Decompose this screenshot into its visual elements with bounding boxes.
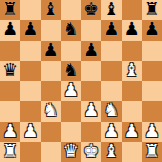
chess-board: ♜♝♚♝♜♟♟♞♟♟♟♟♟♛♞♝♟♞♟♞♟♟♟♟♟♜♛♚♝♜ bbox=[0, 0, 162, 162]
square-b3[interactable] bbox=[20, 101, 40, 121]
square-b8[interactable] bbox=[20, 0, 40, 20]
square-a2[interactable]: ♟ bbox=[0, 122, 20, 142]
square-g7[interactable]: ♟ bbox=[122, 20, 142, 40]
square-h3[interactable] bbox=[142, 101, 162, 121]
black-pawn-piece[interactable]: ♟ bbox=[2, 20, 18, 38]
white-knight-piece[interactable]: ♞ bbox=[103, 101, 119, 119]
white-pawn-piece[interactable]: ♟ bbox=[83, 101, 99, 119]
black-pawn-piece[interactable]: ♟ bbox=[83, 41, 99, 59]
square-a6[interactable] bbox=[0, 41, 20, 61]
square-f5[interactable] bbox=[101, 61, 121, 81]
white-bishop-piece[interactable]: ♝ bbox=[124, 61, 140, 79]
square-a5[interactable]: ♛ bbox=[0, 61, 20, 81]
square-e6[interactable]: ♟ bbox=[81, 41, 101, 61]
square-b1[interactable] bbox=[20, 142, 40, 162]
square-a4[interactable] bbox=[0, 81, 20, 101]
square-h1[interactable]: ♜ bbox=[142, 142, 162, 162]
square-c2[interactable] bbox=[41, 122, 61, 142]
square-g4[interactable] bbox=[122, 81, 142, 101]
square-b7[interactable]: ♟ bbox=[20, 20, 40, 40]
square-c8[interactable]: ♝ bbox=[41, 0, 61, 20]
black-bishop-piece[interactable]: ♝ bbox=[103, 0, 119, 18]
square-f7[interactable]: ♟ bbox=[101, 20, 121, 40]
square-d8[interactable] bbox=[61, 0, 81, 20]
black-pawn-piece[interactable]: ♟ bbox=[22, 20, 38, 38]
white-pawn-piece[interactable]: ♟ bbox=[22, 122, 38, 140]
square-e1[interactable]: ♚ bbox=[81, 142, 101, 162]
square-g8[interactable] bbox=[122, 0, 142, 20]
square-g6[interactable] bbox=[122, 41, 142, 61]
square-c3[interactable]: ♞ bbox=[41, 101, 61, 121]
white-knight-piece[interactable]: ♞ bbox=[43, 101, 59, 119]
square-e8[interactable]: ♚ bbox=[81, 0, 101, 20]
black-queen-piece[interactable]: ♛ bbox=[2, 61, 18, 79]
square-b2[interactable]: ♟ bbox=[20, 122, 40, 142]
square-b4[interactable] bbox=[20, 81, 40, 101]
square-g3[interactable] bbox=[122, 101, 142, 121]
white-queen-piece[interactable]: ♛ bbox=[63, 142, 79, 160]
white-rook-piece[interactable]: ♜ bbox=[2, 142, 18, 160]
white-king-piece[interactable]: ♚ bbox=[83, 142, 99, 160]
white-pawn-piece[interactable]: ♟ bbox=[2, 122, 18, 140]
black-knight-piece[interactable]: ♞ bbox=[63, 61, 79, 79]
square-c5[interactable] bbox=[41, 61, 61, 81]
square-c6[interactable]: ♟ bbox=[41, 41, 61, 61]
black-rook-piece[interactable]: ♜ bbox=[144, 0, 160, 18]
square-d2[interactable] bbox=[61, 122, 81, 142]
black-pawn-piece[interactable]: ♟ bbox=[144, 20, 160, 38]
square-f6[interactable] bbox=[101, 41, 121, 61]
white-pawn-piece[interactable]: ♟ bbox=[144, 122, 160, 140]
black-pawn-piece[interactable]: ♟ bbox=[43, 41, 59, 59]
square-e7[interactable] bbox=[81, 20, 101, 40]
square-f1[interactable]: ♝ bbox=[101, 142, 121, 162]
white-bishop-piece[interactable]: ♝ bbox=[103, 142, 119, 160]
square-d6[interactable] bbox=[61, 41, 81, 61]
square-c7[interactable] bbox=[41, 20, 61, 40]
square-h2[interactable]: ♟ bbox=[142, 122, 162, 142]
white-rook-piece[interactable]: ♜ bbox=[144, 142, 160, 160]
square-c1[interactable] bbox=[41, 142, 61, 162]
white-pawn-piece[interactable]: ♟ bbox=[103, 122, 119, 140]
square-e5[interactable] bbox=[81, 61, 101, 81]
square-c4[interactable] bbox=[41, 81, 61, 101]
square-a3[interactable] bbox=[0, 101, 20, 121]
square-d1[interactable]: ♛ bbox=[61, 142, 81, 162]
square-h5[interactable] bbox=[142, 61, 162, 81]
square-b5[interactable] bbox=[20, 61, 40, 81]
black-rook-piece[interactable]: ♜ bbox=[2, 0, 18, 18]
square-d4[interactable]: ♟ bbox=[61, 81, 81, 101]
white-pawn-piece[interactable]: ♟ bbox=[124, 122, 140, 140]
square-a1[interactable]: ♜ bbox=[0, 142, 20, 162]
square-e2[interactable] bbox=[81, 122, 101, 142]
square-a7[interactable]: ♟ bbox=[0, 20, 20, 40]
square-f2[interactable]: ♟ bbox=[101, 122, 121, 142]
square-d3[interactable] bbox=[61, 101, 81, 121]
white-pawn-piece[interactable]: ♟ bbox=[63, 81, 79, 99]
black-knight-piece[interactable]: ♞ bbox=[63, 20, 79, 38]
square-g1[interactable] bbox=[122, 142, 142, 162]
square-g5[interactable]: ♝ bbox=[122, 61, 142, 81]
square-a8[interactable]: ♜ bbox=[0, 0, 20, 20]
black-pawn-piece[interactable]: ♟ bbox=[103, 20, 119, 38]
square-f8[interactable]: ♝ bbox=[101, 0, 121, 20]
square-f4[interactable] bbox=[101, 81, 121, 101]
square-h7[interactable]: ♟ bbox=[142, 20, 162, 40]
square-h4[interactable] bbox=[142, 81, 162, 101]
black-bishop-piece[interactable]: ♝ bbox=[43, 0, 59, 18]
square-e4[interactable] bbox=[81, 81, 101, 101]
square-f3[interactable]: ♞ bbox=[101, 101, 121, 121]
square-h6[interactable] bbox=[142, 41, 162, 61]
square-g2[interactable]: ♟ bbox=[122, 122, 142, 142]
black-pawn-piece[interactable]: ♟ bbox=[124, 20, 140, 38]
square-h8[interactable]: ♜ bbox=[142, 0, 162, 20]
square-d5[interactable]: ♞ bbox=[61, 61, 81, 81]
black-king-piece[interactable]: ♚ bbox=[83, 0, 99, 18]
square-b6[interactable] bbox=[20, 41, 40, 61]
square-d7[interactable]: ♞ bbox=[61, 20, 81, 40]
square-e3[interactable]: ♟ bbox=[81, 101, 101, 121]
